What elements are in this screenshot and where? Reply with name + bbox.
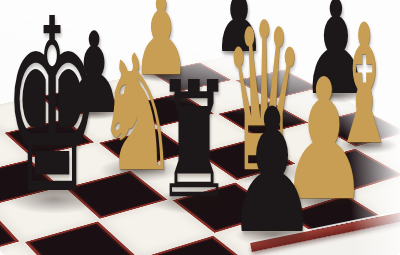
piece-black-pawn-3[interactable]: ♟ — [226, 86, 319, 255]
chess-photo-scene: ♚ ♟ ♞ ♟ ♟ ♛ ♜ ♟ ♟ ♝ ♟ — [0, 0, 400, 255]
piece-black-king[interactable]: ♚ — [4, 0, 101, 227]
piece-black-rook[interactable]: ♜ — [155, 61, 232, 221]
pieces-layer: ♚ ♟ ♞ ♟ ♟ ♛ ♜ ♟ ♟ ♝ ♟ — [0, 0, 400, 255]
